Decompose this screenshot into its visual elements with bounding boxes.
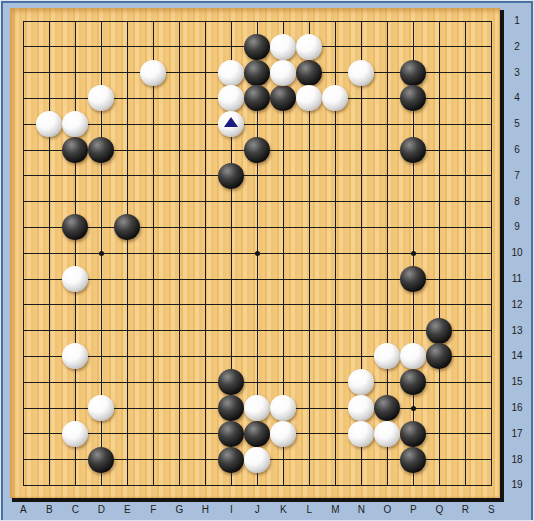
black-stone [88,137,114,163]
black-stone [296,60,322,86]
black-stone [244,85,270,111]
row-label: 5 [503,118,531,130]
column-label: G [171,504,187,516]
white-stone [348,369,374,395]
white-stone [62,421,88,447]
column-label: C [67,504,83,516]
row-label: 3 [503,67,531,79]
white-stone [348,421,374,447]
column-label: R [457,504,473,516]
column-label: S [483,504,499,516]
column-label: M [327,504,343,516]
black-stone [244,60,270,86]
row-label: 10 [503,247,531,259]
column-label: E [119,504,135,516]
white-stone [244,395,270,421]
black-stone [218,369,244,395]
row-label: 19 [503,479,531,491]
hoshi-point [255,251,260,256]
last-move-triangle-marker [224,117,238,127]
grid-line-horizontal [23,304,492,305]
row-label: 15 [503,376,531,388]
black-stone [114,214,140,240]
column-label: O [379,504,395,516]
grid-line-vertical [491,21,492,486]
column-label: J [249,504,265,516]
black-stone [400,421,426,447]
column-label: K [275,504,291,516]
column-label: Q [431,504,447,516]
black-stone [374,395,400,421]
column-label: L [301,504,317,516]
row-label: 4 [503,92,531,104]
white-stone [270,60,296,86]
white-stone [36,111,62,137]
black-stone [62,214,88,240]
white-stone [400,343,426,369]
row-label: 2 [503,41,531,53]
row-label: 6 [503,144,531,156]
white-stone [244,447,270,473]
row-label: 8 [503,196,531,208]
white-stone [374,343,400,369]
black-stone [244,137,270,163]
row-label: 17 [503,428,531,440]
column-label: D [93,504,109,516]
board-edge-shadow-bottom [12,498,504,502]
black-stone [244,34,270,60]
white-stone [296,34,322,60]
white-stone [88,85,114,111]
black-stone [400,85,426,111]
black-stone [426,343,452,369]
go-game-window: 12345678910111213141516171819 ABCDEFGHIJ… [0,0,534,521]
black-stone [218,421,244,447]
row-label: 1 [503,15,531,27]
hoshi-point [411,406,416,411]
row-label: 9 [503,221,531,233]
column-label: P [405,504,421,516]
hoshi-point [99,251,104,256]
black-stone [218,163,244,189]
row-label: 18 [503,454,531,466]
white-stone [348,60,374,86]
white-stone [270,395,296,421]
grid-line-horizontal [23,485,492,486]
white-stone [62,266,88,292]
row-label: 16 [503,402,531,414]
black-stone [244,421,270,447]
white-stone [322,85,348,111]
black-stone [270,85,296,111]
black-stone [88,447,114,473]
black-stone [400,137,426,163]
column-label: F [145,504,161,516]
black-stone [400,60,426,86]
row-label: 7 [503,170,531,182]
row-label: 11 [503,273,531,285]
row-label: 12 [503,299,531,311]
grid-line-vertical [465,21,466,486]
go-board[interactable] [10,8,500,498]
column-label: N [353,504,369,516]
white-stone [62,111,88,137]
black-stone [400,369,426,395]
white-stone [270,421,296,447]
column-label: A [15,504,31,516]
column-label: B [41,504,57,516]
black-stone [218,447,244,473]
white-stone [270,34,296,60]
row-label: 14 [503,350,531,362]
black-stone [400,447,426,473]
row-label: 13 [503,325,531,337]
grid-line-vertical [439,21,440,486]
white-stone [348,395,374,421]
hoshi-point [411,251,416,256]
black-stone [426,318,452,344]
column-label: I [223,504,239,516]
white-stone [218,85,244,111]
white-stone [296,85,322,111]
white-stone [88,395,114,421]
black-stone [62,137,88,163]
black-stone [218,395,244,421]
black-stone [400,266,426,292]
white-stone [218,60,244,86]
column-label: H [197,504,213,516]
white-stone [62,343,88,369]
white-stone [374,421,400,447]
white-stone [140,60,166,86]
grid-line-horizontal [23,330,492,331]
